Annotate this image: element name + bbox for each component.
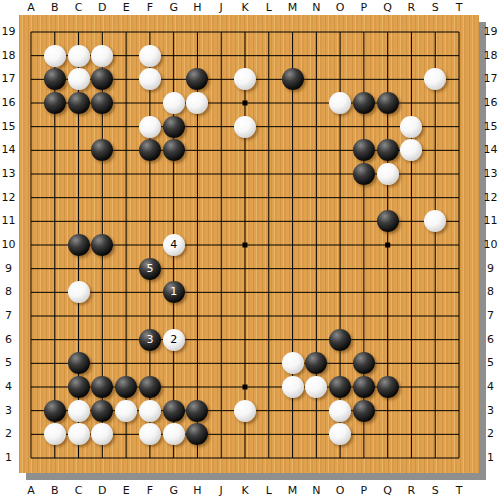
left-coord-label: 2 (0, 427, 17, 441)
stone-black (282, 68, 304, 90)
bottom-coord-label: G (166, 484, 182, 498)
top-coord-label: T (451, 1, 467, 15)
stone-white (91, 45, 113, 67)
stone-white (68, 400, 90, 422)
stone-black (163, 116, 185, 138)
stone-black (353, 376, 375, 398)
bottom-coord-label: L (261, 484, 277, 498)
bottom-coord-label: N (308, 484, 324, 498)
top-coord-label: J (213, 1, 229, 15)
top-coord-label: E (118, 1, 134, 15)
left-coord-label: 3 (0, 404, 17, 418)
right-coord-label: 18 (482, 49, 499, 63)
stone-white (68, 45, 90, 67)
bottom-coord-label: H (189, 484, 205, 498)
board-shadow (26, 473, 486, 480)
stone-white (329, 92, 351, 114)
left-coord-label: 8 (0, 285, 17, 299)
left-coord-label: 15 (0, 120, 17, 134)
bottom-coord-label: R (403, 484, 419, 498)
bottom-coord-label: A (23, 484, 39, 498)
bottom-coord-label: E (118, 484, 134, 498)
top-coord-label: S (427, 1, 443, 15)
stone-white (282, 352, 304, 374)
stone-white (234, 116, 256, 138)
bottom-coord-label: T (451, 484, 467, 498)
bottom-coord-label: C (71, 484, 87, 498)
left-coord-label: 11 (0, 214, 17, 228)
left-coord-label: 9 (0, 262, 17, 276)
left-coord-label: 17 (0, 72, 17, 86)
stone-black (377, 376, 399, 398)
stone-white (377, 163, 399, 185)
stone-white (44, 45, 66, 67)
stone-white (115, 400, 137, 422)
stone-black (44, 68, 66, 90)
top-coord-label: H (189, 1, 205, 15)
left-coord-label: 1 (0, 451, 17, 465)
stone-black-move-5: 5 (139, 258, 161, 280)
left-coord-label: 18 (0, 49, 17, 63)
right-coord-label: 2 (482, 427, 499, 441)
top-coord-label: D (94, 1, 110, 15)
right-coord-label: 3 (482, 404, 499, 418)
stone-black (68, 92, 90, 114)
left-coord-label: 7 (0, 309, 17, 323)
stone-white-move-4: 4 (163, 234, 185, 256)
stone-black (353, 163, 375, 185)
left-coord-label: 10 (0, 238, 17, 252)
top-coord-label: A (23, 1, 39, 15)
stone-black (68, 234, 90, 256)
stone-black (353, 92, 375, 114)
stone-black (44, 92, 66, 114)
right-coord-label: 19 (482, 25, 499, 39)
right-coord-label: 13 (482, 167, 499, 181)
stone-black (329, 329, 351, 351)
top-coord-label: C (71, 1, 87, 15)
top-coord-label: K (237, 1, 253, 15)
bottom-coord-label: D (94, 484, 110, 498)
stone-white (139, 45, 161, 67)
stone-black (353, 400, 375, 422)
top-coord-label: G (166, 1, 182, 15)
right-coord-label: 12 (482, 191, 499, 205)
stone-white (400, 116, 422, 138)
left-coord-label: 16 (0, 96, 17, 110)
stone-white (139, 116, 161, 138)
star-point (243, 243, 248, 248)
right-coord-label: 16 (482, 96, 499, 110)
top-coord-label: Q (380, 1, 396, 15)
top-coord-label: B (47, 1, 63, 15)
left-coord-label: 12 (0, 191, 17, 205)
top-coord-label: M (285, 1, 301, 15)
left-coord-label: 6 (0, 333, 17, 347)
stone-white (163, 92, 185, 114)
right-coord-label: 5 (482, 356, 499, 370)
stone-black (377, 210, 399, 232)
go-diagram: AABBCCDDEEFFGGHHJJKKLLMMNNOOPPQQRRSSTT19… (0, 0, 500, 500)
stone-white (282, 376, 304, 398)
stone-black (68, 352, 90, 374)
stone-black (329, 376, 351, 398)
top-coord-label: R (403, 1, 419, 15)
right-coord-label: 1 (482, 451, 499, 465)
right-coord-label: 15 (482, 120, 499, 134)
stone-white (139, 400, 161, 422)
top-coord-label: P (356, 1, 372, 15)
top-coord-label: L (261, 1, 277, 15)
stone-black (377, 92, 399, 114)
bottom-coord-label: M (285, 484, 301, 498)
bottom-coord-label: B (47, 484, 63, 498)
star-point (243, 101, 248, 106)
stone-white (68, 423, 90, 445)
stone-black (163, 400, 185, 422)
stone-black (68, 376, 90, 398)
top-coord-label: O (332, 1, 348, 15)
star-point (243, 385, 248, 390)
stone-black-move-1: 1 (163, 281, 185, 303)
stone-black (186, 400, 208, 422)
star-point (385, 243, 390, 248)
right-coord-label: 17 (482, 72, 499, 86)
left-coord-label: 4 (0, 380, 17, 394)
stone-white (163, 423, 185, 445)
stone-black (91, 400, 113, 422)
right-coord-label: 9 (482, 262, 499, 276)
stone-black (139, 376, 161, 398)
right-coord-label: 10 (482, 238, 499, 252)
left-coord-label: 19 (0, 25, 17, 39)
right-coord-label: 6 (482, 333, 499, 347)
right-coord-label: 11 (482, 214, 499, 228)
stone-white (68, 68, 90, 90)
stone-white-move-2: 2 (163, 329, 185, 351)
bottom-coord-label: S (427, 484, 443, 498)
stone-white (234, 400, 256, 422)
bottom-coord-label: O (332, 484, 348, 498)
stone-black (115, 376, 137, 398)
top-coord-label: N (308, 1, 324, 15)
bottom-coord-label: F (142, 484, 158, 498)
stone-white (329, 400, 351, 422)
stone-white (44, 423, 66, 445)
bottom-coord-label: P (356, 484, 372, 498)
stone-black-move-3: 3 (139, 329, 161, 351)
left-coord-label: 14 (0, 143, 17, 157)
left-coord-label: 13 (0, 167, 17, 181)
bottom-coord-label: Q (380, 484, 396, 498)
bottom-coord-label: K (237, 484, 253, 498)
right-coord-label: 4 (482, 380, 499, 394)
left-coord-label: 5 (0, 356, 17, 370)
right-coord-label: 14 (482, 143, 499, 157)
right-coord-label: 8 (482, 285, 499, 299)
stone-black (163, 139, 185, 161)
top-coord-label: F (142, 1, 158, 15)
right-coord-label: 7 (482, 309, 499, 323)
bottom-coord-label: J (213, 484, 229, 498)
stone-white (68, 281, 90, 303)
stone-black (377, 139, 399, 161)
stone-black (44, 400, 66, 422)
